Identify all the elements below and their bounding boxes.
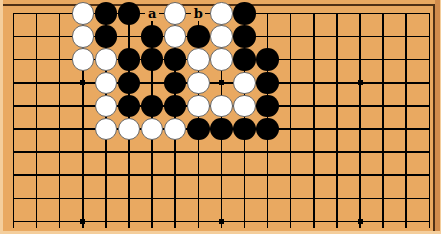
white-stone xyxy=(95,48,118,71)
white-stone xyxy=(210,48,233,71)
white-stone xyxy=(164,2,187,25)
grid-line-horizontal xyxy=(13,151,430,153)
black-stone xyxy=(118,95,141,118)
black-stone xyxy=(164,95,187,118)
black-stone xyxy=(164,48,187,71)
black-stone xyxy=(118,72,141,95)
grid-line-vertical xyxy=(429,13,431,228)
black-stone xyxy=(95,2,118,25)
point-label-a: a xyxy=(145,7,159,21)
grid-line-horizontal xyxy=(13,174,430,176)
grid-line-vertical xyxy=(59,13,61,228)
black-stone xyxy=(164,72,187,95)
white-stone xyxy=(187,72,210,95)
white-stone xyxy=(187,48,210,71)
star-point xyxy=(358,219,363,224)
star-point xyxy=(219,219,224,224)
grid-line-vertical xyxy=(382,13,384,228)
white-stone xyxy=(95,118,118,141)
white-stone xyxy=(233,95,256,118)
white-stone xyxy=(164,25,187,48)
black-stone xyxy=(187,25,210,48)
white-stone xyxy=(210,25,233,48)
white-stone xyxy=(141,118,164,141)
white-stone xyxy=(72,25,95,48)
black-stone xyxy=(233,25,256,48)
point-label-b: b xyxy=(191,7,205,21)
star-point xyxy=(219,80,224,85)
star-point xyxy=(80,80,85,85)
board-frame-bottom-highlight xyxy=(0,231,441,234)
grid-line-vertical xyxy=(359,13,361,228)
black-stone xyxy=(118,48,141,71)
black-stone xyxy=(95,25,118,48)
grid-line-vertical xyxy=(290,13,292,228)
grid-line-vertical xyxy=(36,13,38,228)
go-board-diagram: ab xyxy=(0,0,441,234)
white-stone xyxy=(118,118,141,141)
white-stone xyxy=(164,118,187,141)
black-stone xyxy=(141,95,164,118)
black-stone xyxy=(210,118,233,141)
grid-line-vertical xyxy=(405,13,407,228)
black-stone xyxy=(141,48,164,71)
white-stone xyxy=(72,2,95,25)
white-stone xyxy=(95,72,118,95)
black-stone xyxy=(233,2,256,25)
white-stone xyxy=(95,95,118,118)
grid-line-horizontal xyxy=(13,198,430,200)
black-stone xyxy=(233,118,256,141)
black-stone xyxy=(118,2,141,25)
black-stone xyxy=(233,48,256,71)
black-stone xyxy=(256,72,279,95)
black-stone xyxy=(256,118,279,141)
grid-line-vertical xyxy=(13,13,15,228)
star-point xyxy=(358,80,363,85)
grid-line-vertical xyxy=(336,13,338,228)
board-frame-left-highlight xyxy=(0,0,3,234)
grid-line-vertical xyxy=(313,13,315,228)
star-point xyxy=(80,219,85,224)
black-stone xyxy=(141,25,164,48)
black-stone xyxy=(256,48,279,71)
black-stone xyxy=(187,118,210,141)
black-stone xyxy=(256,95,279,118)
white-stone xyxy=(210,95,233,118)
white-stone xyxy=(233,72,256,95)
white-stone xyxy=(72,48,95,71)
white-stone xyxy=(210,2,233,25)
white-stone xyxy=(187,95,210,118)
